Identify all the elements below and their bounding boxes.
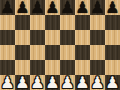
black-pawn[interactable]: ♟ (15, 0, 29, 16)
square-g2[interactable]: ♟ (90, 75, 105, 90)
square-b5[interactable] (15, 30, 30, 45)
white-pawn[interactable]: ♟ (105, 75, 119, 90)
white-pawn[interactable]: ♟ (15, 75, 29, 90)
square-d6[interactable] (45, 15, 60, 30)
square-c7[interactable]: ♟ (30, 0, 45, 15)
square-d7[interactable]: ♟ (45, 0, 60, 15)
white-pawn[interactable]: ♟ (0, 75, 14, 90)
square-f7[interactable]: ♟ (75, 0, 90, 15)
white-pawn[interactable]: ♟ (90, 75, 104, 90)
black-pawn[interactable]: ♟ (45, 0, 59, 16)
square-f4[interactable] (75, 45, 90, 60)
square-a2[interactable]: ♟ (0, 75, 15, 90)
square-g4[interactable] (90, 45, 105, 60)
square-e6[interactable] (60, 15, 75, 30)
square-h2[interactable]: ♟ (105, 75, 120, 90)
square-f5[interactable] (75, 30, 90, 45)
square-d5[interactable] (45, 30, 60, 45)
chess-board: ♟♟♟♟♟♟♟♟♟♟♟♟♟♟♟♟ (0, 0, 120, 90)
black-pawn[interactable]: ♟ (60, 0, 74, 16)
black-pawn[interactable]: ♟ (75, 0, 89, 16)
square-g6[interactable] (90, 15, 105, 30)
white-pawn[interactable]: ♟ (30, 75, 44, 90)
square-f2[interactable]: ♟ (75, 75, 90, 90)
square-a7[interactable]: ♟ (0, 0, 15, 15)
white-pawn[interactable]: ♟ (75, 75, 89, 90)
square-f6[interactable] (75, 15, 90, 30)
square-d4[interactable] (45, 45, 60, 60)
square-g5[interactable] (90, 30, 105, 45)
square-e2[interactable]: ♟ (60, 75, 75, 90)
square-a6[interactable] (0, 15, 15, 30)
square-g7[interactable]: ♟ (90, 0, 105, 15)
square-h4[interactable] (105, 45, 120, 60)
square-a4[interactable] (0, 45, 15, 60)
white-pawn[interactable]: ♟ (45, 75, 59, 90)
white-pawn[interactable]: ♟ (60, 75, 74, 90)
square-d2[interactable]: ♟ (45, 75, 60, 90)
square-h5[interactable] (105, 30, 120, 45)
black-pawn[interactable]: ♟ (30, 0, 44, 16)
square-e4[interactable] (60, 45, 75, 60)
square-h6[interactable] (105, 15, 120, 30)
square-a5[interactable] (0, 30, 15, 45)
square-c2[interactable]: ♟ (30, 75, 45, 90)
square-b7[interactable]: ♟ (15, 0, 30, 15)
square-e5[interactable] (60, 30, 75, 45)
square-c5[interactable] (30, 30, 45, 45)
black-pawn[interactable]: ♟ (105, 0, 119, 16)
square-b2[interactable]: ♟ (15, 75, 30, 90)
square-b6[interactable] (15, 15, 30, 30)
black-pawn[interactable]: ♟ (90, 0, 104, 16)
square-h7[interactable]: ♟ (105, 0, 120, 15)
square-c4[interactable] (30, 45, 45, 60)
square-e7[interactable]: ♟ (60, 0, 75, 15)
square-b4[interactable] (15, 45, 30, 60)
square-c6[interactable] (30, 15, 45, 30)
black-pawn[interactable]: ♟ (0, 0, 14, 16)
